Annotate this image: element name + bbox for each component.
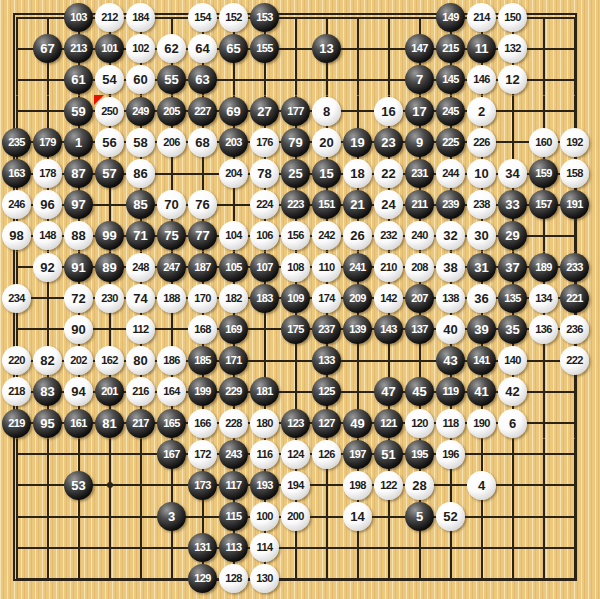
intersection-12-13[interactable] [342, 376, 373, 407]
intersection-9-19[interactable]: 130 [249, 563, 280, 594]
intersection-16-16[interactable]: 4 [466, 470, 497, 501]
intersection-13-8[interactable]: 232 [373, 220, 404, 251]
intersection-16-7[interactable]: 238 [466, 189, 497, 220]
intersection-18-5[interactable]: 160 [528, 127, 559, 158]
intersection-3-17[interactable] [63, 501, 94, 532]
intersection-19-15[interactable] [559, 439, 590, 470]
intersection-2-14[interactable]: 95 [32, 407, 63, 438]
intersection-7-16[interactable]: 173 [187, 470, 218, 501]
intersection-16-15[interactable] [466, 439, 497, 470]
intersection-18-17[interactable] [528, 501, 559, 532]
intersection-7-9[interactable]: 187 [187, 252, 218, 283]
intersection-19-17[interactable] [559, 501, 590, 532]
intersection-9-11[interactable] [249, 314, 280, 345]
intersection-3-2[interactable]: 213 [63, 33, 94, 64]
intersection-17-5[interactable] [497, 127, 528, 158]
intersection-18-11[interactable]: 136 [528, 314, 559, 345]
intersection-12-8[interactable]: 26 [342, 220, 373, 251]
intersection-9-9[interactable]: 107 [249, 252, 280, 283]
intersection-5-2[interactable]: 102 [125, 33, 156, 64]
intersection-15-12[interactable]: 43 [435, 345, 466, 376]
intersection-11-14[interactable]: 127 [311, 407, 342, 438]
intersection-4-13[interactable]: 201 [94, 376, 125, 407]
intersection-17-16[interactable] [497, 470, 528, 501]
intersection-3-6[interactable]: 87 [63, 158, 94, 189]
intersection-4-3[interactable]: 54 [94, 64, 125, 95]
intersection-2-13[interactable]: 83 [32, 376, 63, 407]
intersection-5-19[interactable] [125, 563, 156, 594]
intersection-12-6[interactable]: 18 [342, 158, 373, 189]
intersection-8-15[interactable]: 243 [218, 439, 249, 470]
intersection-14-3[interactable]: 7 [404, 64, 435, 95]
intersection-2-16[interactable] [32, 470, 63, 501]
intersection-12-5[interactable]: 19 [342, 127, 373, 158]
intersection-5-16[interactable] [125, 470, 156, 501]
intersection-4-14[interactable]: 81 [94, 407, 125, 438]
intersection-1-2[interactable] [1, 33, 32, 64]
intersection-1-11[interactable] [1, 314, 32, 345]
intersection-15-10[interactable]: 138 [435, 283, 466, 314]
intersection-13-13[interactable]: 47 [373, 376, 404, 407]
intersection-5-8[interactable]: 71 [125, 220, 156, 251]
intersection-8-10[interactable]: 182 [218, 283, 249, 314]
intersection-5-10[interactable]: 74 [125, 283, 156, 314]
intersection-11-17[interactable] [311, 501, 342, 532]
intersection-8-7[interactable] [218, 189, 249, 220]
intersection-14-16[interactable]: 28 [404, 470, 435, 501]
intersection-18-6[interactable]: 159 [528, 158, 559, 189]
intersection-8-6[interactable]: 204 [218, 158, 249, 189]
intersection-9-6[interactable]: 78 [249, 158, 280, 189]
intersection-9-18[interactable]: 114 [249, 532, 280, 563]
intersection-18-14[interactable] [528, 407, 559, 438]
intersection-11-11[interactable]: 237 [311, 314, 342, 345]
intersection-14-12[interactable] [404, 345, 435, 376]
intersection-10-12[interactable] [280, 345, 311, 376]
intersection-7-6[interactable] [187, 158, 218, 189]
intersection-13-18[interactable] [373, 532, 404, 563]
intersection-17-12[interactable]: 140 [497, 345, 528, 376]
intersection-17-18[interactable] [497, 532, 528, 563]
intersection-7-2[interactable]: 64 [187, 33, 218, 64]
intersection-16-13[interactable]: 41 [466, 376, 497, 407]
intersection-1-9[interactable] [1, 252, 32, 283]
intersection-19-14[interactable] [559, 407, 590, 438]
intersection-15-11[interactable]: 40 [435, 314, 466, 345]
intersection-17-14[interactable]: 6 [497, 407, 528, 438]
intersection-14-7[interactable]: 211 [404, 189, 435, 220]
intersection-10-8[interactable]: 156 [280, 220, 311, 251]
intersection-6-4[interactable]: 205 [156, 96, 187, 127]
intersection-10-13[interactable] [280, 376, 311, 407]
intersection-8-5[interactable]: 203 [218, 127, 249, 158]
intersection-13-3[interactable] [373, 64, 404, 95]
intersection-2-12[interactable]: 82 [32, 345, 63, 376]
intersection-13-14[interactable]: 121 [373, 407, 404, 438]
intersection-1-8[interactable]: 98 [1, 220, 32, 251]
intersection-13-7[interactable]: 24 [373, 189, 404, 220]
intersection-19-6[interactable]: 158 [559, 158, 590, 189]
intersection-17-4[interactable] [497, 96, 528, 127]
intersection-7-8[interactable]: 77 [187, 220, 218, 251]
intersection-11-15[interactable]: 126 [311, 439, 342, 470]
intersection-18-19[interactable] [528, 563, 559, 594]
intersection-4-6[interactable]: 57 [94, 158, 125, 189]
intersection-15-17[interactable]: 52 [435, 501, 466, 532]
intersection-11-9[interactable]: 110 [311, 252, 342, 283]
intersection-7-7[interactable]: 76 [187, 189, 218, 220]
intersection-12-15[interactable]: 197 [342, 439, 373, 470]
intersection-9-4[interactable]: 27 [249, 96, 280, 127]
intersection-17-3[interactable]: 12 [497, 64, 528, 95]
intersection-18-3[interactable] [528, 64, 559, 95]
intersection-16-2[interactable]: 11 [466, 33, 497, 64]
intersection-1-3[interactable] [1, 64, 32, 95]
intersection-12-2[interactable] [342, 33, 373, 64]
intersection-2-4[interactable] [32, 96, 63, 127]
intersection-6-8[interactable]: 75 [156, 220, 187, 251]
intersection-12-16[interactable]: 198 [342, 470, 373, 501]
intersection-17-6[interactable]: 34 [497, 158, 528, 189]
intersection-8-18[interactable]: 113 [218, 532, 249, 563]
intersection-3-8[interactable]: 88 [63, 220, 94, 251]
intersection-14-6[interactable]: 231 [404, 158, 435, 189]
intersection-10-11[interactable]: 175 [280, 314, 311, 345]
intersection-18-8[interactable] [528, 220, 559, 251]
intersection-13-5[interactable]: 23 [373, 127, 404, 158]
intersection-17-10[interactable]: 135 [497, 283, 528, 314]
intersection-3-14[interactable]: 161 [63, 407, 94, 438]
intersection-6-7[interactable]: 70 [156, 189, 187, 220]
intersection-4-10[interactable]: 230 [94, 283, 125, 314]
intersection-10-1[interactable] [280, 2, 311, 33]
intersection-8-19[interactable]: 128 [218, 563, 249, 594]
intersection-14-5[interactable]: 9 [404, 127, 435, 158]
intersection-11-12[interactable]: 133 [311, 345, 342, 376]
intersection-10-6[interactable]: 25 [280, 158, 311, 189]
intersection-11-1[interactable] [311, 2, 342, 33]
intersection-7-14[interactable]: 166 [187, 407, 218, 438]
intersection-8-14[interactable]: 228 [218, 407, 249, 438]
intersection-7-15[interactable]: 172 [187, 439, 218, 470]
intersection-14-2[interactable]: 147 [404, 33, 435, 64]
intersection-13-15[interactable]: 51 [373, 439, 404, 470]
intersection-8-8[interactable]: 104 [218, 220, 249, 251]
intersection-4-9[interactable]: 89 [94, 252, 125, 283]
intersection-17-17[interactable] [497, 501, 528, 532]
intersection-12-3[interactable] [342, 64, 373, 95]
intersection-15-6[interactable]: 244 [435, 158, 466, 189]
intersection-8-11[interactable]: 169 [218, 314, 249, 345]
intersection-8-4[interactable]: 69 [218, 96, 249, 127]
intersection-8-1[interactable]: 152 [218, 2, 249, 33]
intersection-6-18[interactable] [156, 532, 187, 563]
intersection-15-15[interactable]: 196 [435, 439, 466, 470]
intersection-5-5[interactable]: 58 [125, 127, 156, 158]
intersection-1-6[interactable]: 163 [1, 158, 32, 189]
intersection-4-15[interactable] [94, 439, 125, 470]
intersection-3-7[interactable]: 97 [63, 189, 94, 220]
intersection-3-1[interactable]: 103 [63, 2, 94, 33]
intersection-13-6[interactable]: 22 [373, 158, 404, 189]
intersection-14-1[interactable] [404, 2, 435, 33]
intersection-7-10[interactable]: 170 [187, 283, 218, 314]
intersection-9-3[interactable] [249, 64, 280, 95]
intersection-2-11[interactable] [32, 314, 63, 345]
intersection-14-18[interactable] [404, 532, 435, 563]
intersection-7-19[interactable]: 129 [187, 563, 218, 594]
intersection-16-8[interactable]: 30 [466, 220, 497, 251]
intersection-2-19[interactable] [32, 563, 63, 594]
intersection-12-10[interactable]: 209 [342, 283, 373, 314]
intersection-14-19[interactable] [404, 563, 435, 594]
intersection-8-17[interactable]: 115 [218, 501, 249, 532]
intersection-1-19[interactable] [1, 563, 32, 594]
intersection-6-1[interactable] [156, 2, 187, 33]
intersection-2-8[interactable]: 148 [32, 220, 63, 251]
intersection-15-19[interactable] [435, 563, 466, 594]
intersection-3-11[interactable]: 90 [63, 314, 94, 345]
intersection-15-13[interactable]: 119 [435, 376, 466, 407]
intersection-5-17[interactable] [125, 501, 156, 532]
intersection-10-10[interactable]: 109 [280, 283, 311, 314]
intersection-12-19[interactable] [342, 563, 373, 594]
intersection-18-15[interactable] [528, 439, 559, 470]
intersection-13-9[interactable]: 210 [373, 252, 404, 283]
intersection-10-9[interactable]: 108 [280, 252, 311, 283]
intersection-17-2[interactable]: 132 [497, 33, 528, 64]
intersection-4-19[interactable] [94, 563, 125, 594]
intersection-1-10[interactable]: 234 [1, 283, 32, 314]
intersection-9-1[interactable]: 153 [249, 2, 280, 33]
intersection-4-4[interactable]: 250 [94, 96, 125, 127]
intersection-16-4[interactable]: 2 [466, 96, 497, 127]
intersection-19-13[interactable] [559, 376, 590, 407]
intersection-14-17[interactable]: 5 [404, 501, 435, 532]
intersection-12-18[interactable] [342, 532, 373, 563]
intersection-18-7[interactable]: 157 [528, 189, 559, 220]
intersection-19-8[interactable] [559, 220, 590, 251]
intersection-15-1[interactable]: 149 [435, 2, 466, 33]
intersection-3-13[interactable]: 94 [63, 376, 94, 407]
intersection-7-12[interactable]: 185 [187, 345, 218, 376]
intersection-15-4[interactable]: 245 [435, 96, 466, 127]
intersection-10-17[interactable]: 200 [280, 501, 311, 532]
intersection-1-16[interactable] [1, 470, 32, 501]
intersection-8-16[interactable]: 117 [218, 470, 249, 501]
intersection-9-2[interactable]: 155 [249, 33, 280, 64]
intersection-7-5[interactable]: 68 [187, 127, 218, 158]
intersection-4-7[interactable] [94, 189, 125, 220]
intersection-19-10[interactable]: 221 [559, 283, 590, 314]
intersection-14-9[interactable]: 208 [404, 252, 435, 283]
intersection-5-13[interactable]: 216 [125, 376, 156, 407]
intersection-13-17[interactable] [373, 501, 404, 532]
intersection-2-2[interactable]: 67 [32, 33, 63, 64]
intersection-11-7[interactable]: 151 [311, 189, 342, 220]
intersection-11-6[interactable]: 15 [311, 158, 342, 189]
intersection-15-3[interactable]: 145 [435, 64, 466, 95]
intersection-14-14[interactable]: 120 [404, 407, 435, 438]
intersection-13-19[interactable] [373, 563, 404, 594]
intersection-17-11[interactable]: 35 [497, 314, 528, 345]
intersection-13-10[interactable]: 142 [373, 283, 404, 314]
intersection-3-16[interactable]: 53 [63, 470, 94, 501]
intersection-17-1[interactable]: 150 [497, 2, 528, 33]
intersection-18-1[interactable] [528, 2, 559, 33]
intersection-2-17[interactable] [32, 501, 63, 532]
intersection-1-5[interactable]: 235 [1, 127, 32, 158]
intersection-2-9[interactable]: 92 [32, 252, 63, 283]
intersection-4-11[interactable] [94, 314, 125, 345]
intersection-16-12[interactable]: 141 [466, 345, 497, 376]
intersection-4-1[interactable]: 212 [94, 2, 125, 33]
intersection-18-10[interactable]: 134 [528, 283, 559, 314]
intersection-16-10[interactable]: 36 [466, 283, 497, 314]
intersection-3-4[interactable]: 59 [63, 96, 94, 127]
intersection-6-2[interactable]: 62 [156, 33, 187, 64]
intersection-11-5[interactable]: 20 [311, 127, 342, 158]
intersection-5-6[interactable]: 86 [125, 158, 156, 189]
intersection-3-9[interactable]: 91 [63, 252, 94, 283]
intersection-14-4[interactable]: 17 [404, 96, 435, 127]
intersection-12-14[interactable]: 49 [342, 407, 373, 438]
intersection-13-4[interactable]: 16 [373, 96, 404, 127]
intersection-16-5[interactable]: 226 [466, 127, 497, 158]
intersection-2-15[interactable] [32, 439, 63, 470]
intersection-10-7[interactable]: 223 [280, 189, 311, 220]
intersection-9-12[interactable] [249, 345, 280, 376]
intersection-12-1[interactable] [342, 2, 373, 33]
intersection-14-8[interactable]: 240 [404, 220, 435, 251]
intersection-4-5[interactable]: 56 [94, 127, 125, 158]
intersection-3-5[interactable]: 1 [63, 127, 94, 158]
intersection-10-4[interactable]: 177 [280, 96, 311, 127]
intersection-12-11[interactable]: 139 [342, 314, 373, 345]
intersection-18-12[interactable] [528, 345, 559, 376]
intersection-10-2[interactable] [280, 33, 311, 64]
intersection-12-9[interactable]: 241 [342, 252, 373, 283]
intersection-7-1[interactable]: 154 [187, 2, 218, 33]
intersection-5-12[interactable]: 80 [125, 345, 156, 376]
intersection-11-4[interactable]: 8 [311, 96, 342, 127]
intersection-9-5[interactable]: 176 [249, 127, 280, 158]
intersection-7-17[interactable] [187, 501, 218, 532]
intersection-1-14[interactable]: 219 [1, 407, 32, 438]
intersection-3-3[interactable]: 61 [63, 64, 94, 95]
intersection-10-16[interactable]: 194 [280, 470, 311, 501]
intersection-6-11[interactable] [156, 314, 187, 345]
intersection-6-12[interactable]: 186 [156, 345, 187, 376]
intersection-1-17[interactable] [1, 501, 32, 532]
intersection-19-1[interactable] [559, 2, 590, 33]
intersection-8-3[interactable] [218, 64, 249, 95]
intersection-7-4[interactable]: 227 [187, 96, 218, 127]
intersection-2-10[interactable] [32, 283, 63, 314]
intersection-19-2[interactable] [559, 33, 590, 64]
intersection-7-3[interactable]: 63 [187, 64, 218, 95]
intersection-17-9[interactable]: 37 [497, 252, 528, 283]
intersection-8-2[interactable]: 65 [218, 33, 249, 64]
intersection-5-11[interactable]: 112 [125, 314, 156, 345]
intersection-6-3[interactable]: 55 [156, 64, 187, 95]
intersection-9-15[interactable]: 116 [249, 439, 280, 470]
intersection-4-2[interactable]: 101 [94, 33, 125, 64]
intersection-5-4[interactable]: 249 [125, 96, 156, 127]
intersection-16-1[interactable]: 214 [466, 2, 497, 33]
intersection-19-7[interactable]: 191 [559, 189, 590, 220]
intersection-4-17[interactable] [94, 501, 125, 532]
intersection-17-7[interactable]: 33 [497, 189, 528, 220]
intersection-15-18[interactable] [435, 532, 466, 563]
intersection-4-16[interactable] [94, 470, 125, 501]
intersection-7-11[interactable]: 168 [187, 314, 218, 345]
intersection-19-5[interactable]: 192 [559, 127, 590, 158]
intersection-17-8[interactable]: 29 [497, 220, 528, 251]
intersection-18-4[interactable] [528, 96, 559, 127]
intersection-19-4[interactable] [559, 96, 590, 127]
intersection-6-17[interactable]: 3 [156, 501, 187, 532]
intersection-11-19[interactable] [311, 563, 342, 594]
intersection-16-11[interactable]: 39 [466, 314, 497, 345]
intersection-5-3[interactable]: 60 [125, 64, 156, 95]
intersection-8-9[interactable]: 105 [218, 252, 249, 283]
intersection-12-4[interactable] [342, 96, 373, 127]
intersection-5-1[interactable]: 184 [125, 2, 156, 33]
intersection-18-2[interactable] [528, 33, 559, 64]
intersection-9-13[interactable]: 181 [249, 376, 280, 407]
intersection-3-12[interactable]: 202 [63, 345, 94, 376]
intersection-9-17[interactable]: 100 [249, 501, 280, 532]
intersection-16-17[interactable] [466, 501, 497, 532]
intersection-19-12[interactable]: 222 [559, 345, 590, 376]
intersection-14-13[interactable]: 45 [404, 376, 435, 407]
intersection-3-15[interactable] [63, 439, 94, 470]
intersection-6-19[interactable] [156, 563, 187, 594]
intersection-13-1[interactable] [373, 2, 404, 33]
intersection-1-13[interactable]: 218 [1, 376, 32, 407]
intersection-17-13[interactable]: 42 [497, 376, 528, 407]
intersection-15-2[interactable]: 215 [435, 33, 466, 64]
intersection-16-3[interactable]: 146 [466, 64, 497, 95]
intersection-1-7[interactable]: 246 [1, 189, 32, 220]
intersection-9-16[interactable]: 193 [249, 470, 280, 501]
intersection-15-5[interactable]: 225 [435, 127, 466, 158]
intersection-6-13[interactable]: 164 [156, 376, 187, 407]
intersection-15-14[interactable]: 118 [435, 407, 466, 438]
intersection-19-18[interactable] [559, 532, 590, 563]
intersection-11-10[interactable]: 174 [311, 283, 342, 314]
intersection-13-2[interactable] [373, 33, 404, 64]
intersection-15-7[interactable]: 239 [435, 189, 466, 220]
intersection-1-4[interactable] [1, 96, 32, 127]
intersection-4-18[interactable] [94, 532, 125, 563]
intersection-6-15[interactable]: 167 [156, 439, 187, 470]
intersection-12-7[interactable]: 21 [342, 189, 373, 220]
intersection-10-18[interactable] [280, 532, 311, 563]
intersection-11-2[interactable]: 13 [311, 33, 342, 64]
intersection-10-19[interactable] [280, 563, 311, 594]
intersection-3-18[interactable] [63, 532, 94, 563]
intersection-11-16[interactable] [311, 470, 342, 501]
intersection-13-11[interactable]: 143 [373, 314, 404, 345]
intersection-5-7[interactable]: 85 [125, 189, 156, 220]
intersection-6-10[interactable]: 188 [156, 283, 187, 314]
intersection-12-12[interactable] [342, 345, 373, 376]
intersection-16-6[interactable]: 10 [466, 158, 497, 189]
intersection-2-1[interactable] [32, 2, 63, 33]
intersection-8-13[interactable]: 229 [218, 376, 249, 407]
